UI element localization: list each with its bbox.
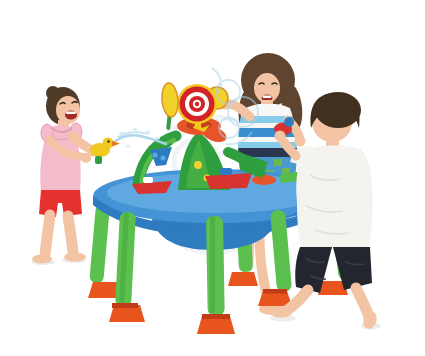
girl-middle-face (254, 73, 280, 103)
boy-tshirt (290, 145, 373, 249)
girl-middle-right-hand (295, 136, 306, 147)
tower-flower-decal (194, 161, 202, 169)
boy-left-hand (275, 131, 286, 142)
girl-left-face (56, 96, 80, 124)
product-photo (0, 0, 425, 356)
girl-left-leg (45, 215, 50, 255)
girl-left-foot (32, 255, 52, 264)
bullseye-target (177, 84, 217, 124)
boy-left-foot (270, 307, 292, 318)
girl-left-hand-2 (81, 153, 91, 163)
girl-left-foot-2 (64, 253, 86, 262)
girl-left-leg-2 (68, 216, 73, 252)
boy-neck (326, 136, 339, 146)
boy-hair-back (315, 92, 361, 128)
